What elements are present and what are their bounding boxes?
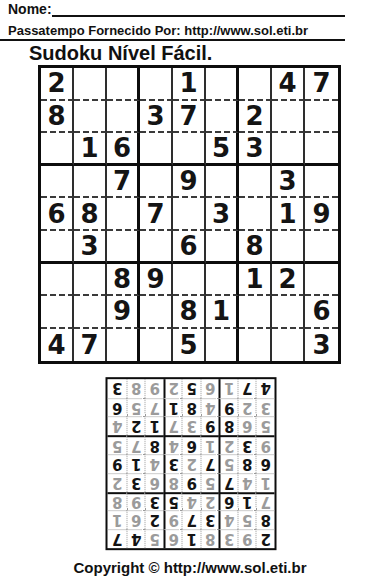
- copyright-text: Copyright © http://www.sol.eti.br: [0, 559, 380, 576]
- cell-r3c1[interactable]: [41, 133, 74, 166]
- solution-cell-r3c4: 2: [201, 492, 220, 511]
- cell-r1c3[interactable]: [107, 68, 140, 101]
- solution-cell-r8c9: 6: [108, 398, 127, 417]
- cell-r6c5: 6: [173, 231, 206, 264]
- solution-cell-r5c3: 5: [219, 454, 238, 473]
- cell-r5c7[interactable]: [239, 198, 272, 231]
- solution-cell-r5c2: 8: [238, 454, 257, 473]
- solution-cell-r4c4: 5: [201, 473, 220, 492]
- cell-r3c7: 3: [239, 133, 272, 166]
- cell-r2c8[interactable]: [272, 101, 305, 134]
- cell-r4c9[interactable]: [305, 166, 338, 199]
- cell-r1c5: 1: [173, 68, 206, 101]
- cell-r1c4[interactable]: [140, 68, 173, 101]
- cell-r1c1: 2: [41, 68, 74, 101]
- cell-r2c2[interactable]: [74, 101, 107, 134]
- solution-cell-r9c7: 9: [145, 379, 164, 398]
- solution-cell-r1c3: 3: [219, 529, 238, 548]
- solution-cell-r2c6: 9: [164, 511, 183, 530]
- cell-r5c9: 9: [305, 198, 338, 231]
- solution-cell-r7c7: 1: [145, 417, 164, 436]
- solution-cell-r2c4: 3: [201, 511, 220, 530]
- cell-r5c6: 3: [206, 198, 239, 231]
- solution-cell-r1c2: 9: [238, 529, 257, 548]
- cell-r1c9: 7: [305, 68, 338, 101]
- solution-cell-r9c6: 2: [164, 379, 183, 398]
- cell-r2c4: 3: [140, 101, 173, 134]
- cell-r2c3[interactable]: [107, 101, 140, 134]
- cell-r7c5[interactable]: [173, 264, 206, 297]
- cell-r2c6[interactable]: [206, 101, 239, 134]
- solution-cell-r9c2: 7: [238, 379, 257, 398]
- worksheet-page: Nome: Passatempo Fornecido Por: http://w…: [0, 0, 380, 585]
- solution-cell-r4c2: 4: [238, 473, 257, 492]
- solution-cell-r5c6: 3: [164, 454, 183, 473]
- solution-cell-r4c5: 9: [182, 473, 201, 492]
- cell-r9c6[interactable]: [206, 329, 239, 362]
- solution-cell-r1c5: 1: [182, 529, 201, 548]
- solution-cell-r1c8: 4: [127, 529, 146, 548]
- solution-cell-r9c5: 5: [182, 379, 201, 398]
- cell-r9c1: 4: [41, 329, 74, 362]
- cell-r7c4: 9: [140, 264, 173, 297]
- cell-r4c4[interactable]: [140, 166, 173, 199]
- solution-cell-r1c1: 2: [256, 529, 275, 548]
- cell-r8c5: 8: [173, 296, 206, 329]
- cell-r3c2: 1: [74, 133, 107, 166]
- header-divider: [0, 39, 345, 41]
- solution-cell-r4c6: 8: [164, 473, 183, 492]
- cell-r7c9[interactable]: [305, 264, 338, 297]
- cell-r6c2: 3: [74, 231, 107, 264]
- solution-cell-r6c5: 6: [182, 435, 201, 454]
- cell-r1c7[interactable]: [239, 68, 272, 101]
- solution-cell-r3c7: 3: [145, 492, 164, 511]
- cell-r1c2[interactable]: [74, 68, 107, 101]
- solution-cell-r7c1: 5: [256, 417, 275, 436]
- cell-r8c4[interactable]: [140, 296, 173, 329]
- solution-cell-r6c1: 9: [256, 435, 275, 454]
- solution-cell-r5c8: 1: [127, 454, 146, 473]
- name-label: Nome:: [8, 2, 52, 17]
- solution-cell-r8c3: 9: [219, 398, 238, 417]
- cell-r5c5[interactable]: [173, 198, 206, 231]
- cell-r6c8[interactable]: [272, 231, 305, 264]
- sudoku-board: 214783721653793687319368891298164753: [38, 65, 341, 364]
- solution-cell-r7c6: 7: [164, 417, 183, 436]
- cell-r4c5: 9: [173, 166, 206, 199]
- solution-cell-r4c3: 7: [219, 473, 238, 492]
- solution-cell-r8c5: 8: [182, 398, 201, 417]
- solution-cell-r3c5: 4: [182, 492, 201, 511]
- cell-r8c2[interactable]: [74, 296, 107, 329]
- solution-cell-r4c1: 1: [256, 473, 275, 492]
- cell-r2c5: 7: [173, 101, 206, 134]
- name-row: Nome:: [8, 2, 345, 17]
- page-title: Sudoku Nível Fácil.: [29, 42, 212, 64]
- solution-cell-r7c8: 2: [127, 417, 146, 436]
- solution-cell-r8c2: 2: [238, 398, 257, 417]
- name-blank-line[interactable]: [52, 2, 345, 17]
- solution-cell-r7c2: 6: [238, 417, 257, 436]
- cell-r4c6[interactable]: [206, 166, 239, 199]
- cell-r5c8: 1: [272, 198, 305, 231]
- cell-r6c9[interactable]: [305, 231, 338, 264]
- solution-cell-r1c6: 6: [164, 529, 183, 548]
- solution-cell-r7c9: 4: [108, 417, 127, 436]
- solution-cell-r5c1: 6: [256, 454, 275, 473]
- solution-cell-r8c4: 4: [201, 398, 220, 417]
- solution-cell-r1c9: 7: [108, 529, 127, 548]
- solution-cell-r5c9: 9: [108, 454, 127, 473]
- solution-cell-r7c4: 9: [201, 417, 220, 436]
- cell-r9c4[interactable]: [140, 329, 173, 362]
- solution-cell-r8c8: 5: [127, 398, 146, 417]
- solution-cell-r4c8: 3: [127, 473, 146, 492]
- cell-r6c7: 8: [239, 231, 272, 264]
- cell-r7c1[interactable]: [41, 264, 74, 297]
- cell-r3c5[interactable]: [173, 133, 206, 166]
- solution-cell-r3c6: 5: [164, 492, 183, 511]
- cell-r9c8[interactable]: [272, 329, 305, 362]
- solution-cell-r3c2: 1: [238, 492, 257, 511]
- cell-r8c9: 6: [305, 296, 338, 329]
- cell-r5c3[interactable]: [107, 198, 140, 231]
- cell-r1c8: 4: [272, 68, 305, 101]
- solution-cell-r4c9: 2: [108, 473, 127, 492]
- cell-r8c8[interactable]: [272, 296, 305, 329]
- provider-text: Passatempo Fornecido Por: http://www.sol…: [8, 24, 368, 38]
- cell-r9c5: 5: [173, 329, 206, 362]
- solution-cell-r9c9: 3: [108, 379, 127, 398]
- solution-cell-r9c3: 1: [219, 379, 238, 398]
- solution-cell-r3c9: 8: [108, 492, 127, 511]
- solution-cell-r5c4: 7: [201, 454, 220, 473]
- solution-board-rotated-180: 2938165478543792617162453981475986326857…: [106, 377, 277, 550]
- cell-r6c4[interactable]: [140, 231, 173, 264]
- cell-r1c6[interactable]: [206, 68, 239, 101]
- cell-r7c3: 8: [107, 264, 140, 297]
- solution-cell-r3c1: 7: [256, 492, 275, 511]
- cell-r8c3: 9: [107, 296, 140, 329]
- solution-cell-r2c8: 6: [127, 511, 146, 530]
- cell-r9c9: 3: [305, 329, 338, 362]
- solution-cell-r6c7: 8: [145, 435, 164, 454]
- cell-r4c8: 3: [272, 166, 305, 199]
- cell-r2c7: 2: [239, 101, 272, 134]
- solution-cell-r6c6: 4: [164, 435, 183, 454]
- cell-r3c8[interactable]: [272, 133, 305, 166]
- cell-r3c6: 5: [206, 133, 239, 166]
- cell-r5c1: 6: [41, 198, 74, 231]
- cell-r3c9[interactable]: [305, 133, 338, 166]
- solution-cell-r8c7: 7: [145, 398, 164, 417]
- cell-r7c2[interactable]: [74, 264, 107, 297]
- solution-cell-r2c7: 2: [145, 511, 164, 530]
- cell-r7c8: 2: [272, 264, 305, 297]
- solution-cell-r3c8: 9: [127, 492, 146, 511]
- cell-r2c9[interactable]: [305, 101, 338, 134]
- solution-cell-r1c4: 8: [201, 529, 220, 548]
- solution-cell-r9c1: 4: [256, 379, 275, 398]
- cell-r5c4: 7: [140, 198, 173, 231]
- cell-r4c3: 7: [107, 166, 140, 199]
- cell-r4c2[interactable]: [74, 166, 107, 199]
- solution-cell-r6c2: 3: [238, 435, 257, 454]
- solution-cell-r8c1: 3: [256, 398, 275, 417]
- cell-r3c4[interactable]: [140, 133, 173, 166]
- cell-r9c3[interactable]: [107, 329, 140, 362]
- cell-r4c7[interactable]: [239, 166, 272, 199]
- solution-cell-r6c8: 7: [127, 435, 146, 454]
- cell-r8c6: 1: [206, 296, 239, 329]
- solution-cell-r2c2: 5: [238, 511, 257, 530]
- solution-cell-r6c4: 1: [201, 435, 220, 454]
- solution-cell-r5c5: 2: [182, 454, 201, 473]
- solution-cell-r1c7: 5: [145, 529, 164, 548]
- cell-r7c6[interactable]: [206, 264, 239, 297]
- solution-cell-r7c5: 3: [182, 417, 201, 436]
- cell-r9c7[interactable]: [239, 329, 272, 362]
- solution-cell-r9c8: 8: [127, 379, 146, 398]
- solution-cell-r6c9: 5: [108, 435, 127, 454]
- cell-r6c6[interactable]: [206, 231, 239, 264]
- cell-r6c3[interactable]: [107, 231, 140, 264]
- solution-cell-r2c3: 4: [219, 511, 238, 530]
- cell-r6c1[interactable]: [41, 231, 74, 264]
- solution-cell-r2c1: 8: [256, 511, 275, 530]
- cell-r5c2: 8: [74, 198, 107, 231]
- solution-cell-r7c3: 8: [219, 417, 238, 436]
- cell-r4c1[interactable]: [41, 166, 74, 199]
- solution-cell-r5c7: 4: [145, 454, 164, 473]
- solution-cell-r9c4: 6: [201, 379, 220, 398]
- cell-r2c1: 8: [41, 101, 74, 134]
- solution-cell-r4c7: 6: [145, 473, 164, 492]
- solution-cell-r2c5: 7: [182, 511, 201, 530]
- cell-r7c7: 1: [239, 264, 272, 297]
- solution-cell-r6c3: 2: [219, 435, 238, 454]
- solution-cell-r2c9: 1: [108, 511, 127, 530]
- cell-r8c1[interactable]: [41, 296, 74, 329]
- solution-cell-r3c3: 6: [219, 492, 238, 511]
- cell-r8c7[interactable]: [239, 296, 272, 329]
- cell-r9c2: 7: [74, 329, 107, 362]
- cell-r3c3: 6: [107, 133, 140, 166]
- solution-cell-r8c6: 1: [164, 398, 183, 417]
